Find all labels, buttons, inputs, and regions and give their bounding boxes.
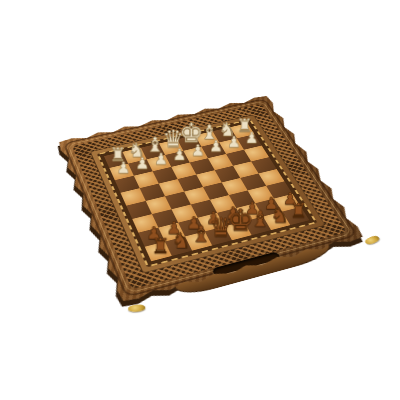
- brass-clasp-right-icon[interactable]: [363, 235, 381, 246]
- piece-white-pawn[interactable]: ♟: [191, 143, 205, 158]
- product-photo: ♜♞♝♛♚♝♞♜♟♟♟♟♟♟♟♟♟♟♟♟♟♟♟♟♜♞♝♛♚♝♞♜: [0, 0, 400, 400]
- piece-brown-knight[interactable]: ♞: [171, 230, 190, 251]
- piece-brown-knight[interactable]: ♞: [270, 205, 289, 226]
- piece-white-pawn[interactable]: ♟: [116, 160, 130, 176]
- piece-white-pawn[interactable]: ♟: [245, 131, 259, 146]
- piece-brown-rook[interactable]: ♜: [290, 201, 308, 221]
- brass-clasp-left-icon[interactable]: [128, 304, 146, 312]
- chess-board: ♜♞♝♛♚♝♞♜♟♟♟♟♟♟♟♟♟♟♟♟♟♟♟♟♜♞♝♛♚♝♞♜: [56, 94, 367, 304]
- piece-white-pawn[interactable]: ♟: [135, 156, 149, 172]
- piece-brown-bishop[interactable]: ♝: [191, 224, 211, 246]
- piece-white-pawn[interactable]: ♟: [173, 147, 187, 163]
- piece-brown-rook[interactable]: ♜: [151, 236, 169, 256]
- piece-white-pawn[interactable]: ♟: [154, 152, 168, 168]
- piece-white-pawn[interactable]: ♟: [227, 135, 241, 150]
- piece-brown-queen[interactable]: ♛: [209, 214, 233, 240]
- piece-white-pawn[interactable]: ♟: [209, 139, 223, 154]
